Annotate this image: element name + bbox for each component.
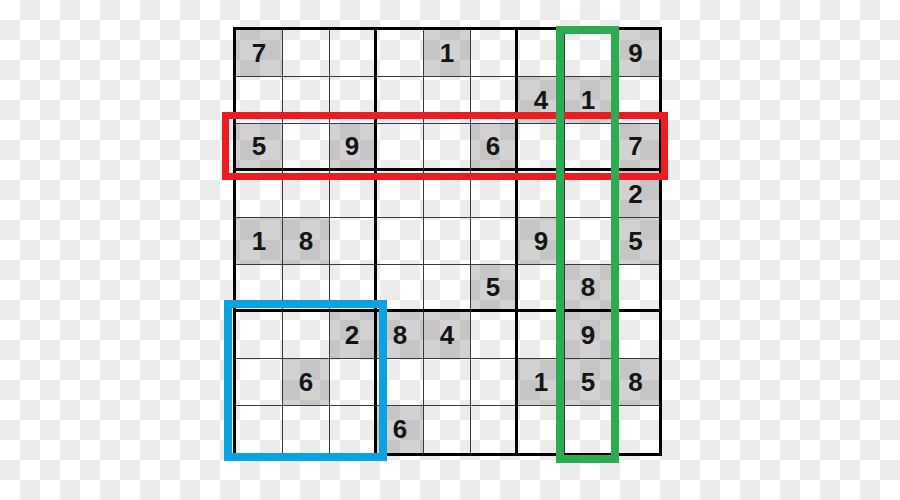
cell-r5c6[interactable] xyxy=(471,218,518,265)
cell-r7c1[interactable] xyxy=(236,312,283,359)
sudoku-board: 7194159672189558284961586 xyxy=(233,27,662,456)
cell-r5c7[interactable]: 9 xyxy=(518,218,565,265)
cell-r5c5[interactable] xyxy=(424,218,471,265)
cell-r2c1[interactable] xyxy=(236,77,283,124)
cell-r3c8[interactable] xyxy=(565,124,612,171)
cell-r5c9[interactable]: 5 xyxy=(612,218,659,265)
cell-r2c7[interactable]: 4 xyxy=(518,77,565,124)
cell-r3c9[interactable]: 7 xyxy=(612,124,659,171)
cell-r3c5[interactable] xyxy=(424,124,471,171)
cell-r9c6[interactable] xyxy=(471,406,518,453)
cell-r4c6[interactable] xyxy=(471,171,518,218)
cell-r5c8[interactable] xyxy=(565,218,612,265)
cell-r7c8[interactable]: 9 xyxy=(565,312,612,359)
cell-r1c1[interactable]: 7 xyxy=(236,30,283,77)
sudoku-scene: 7194159672189558284961586 xyxy=(0,0,900,500)
cell-r4c1[interactable] xyxy=(236,171,283,218)
cell-r9c3[interactable] xyxy=(330,406,377,453)
cell-r8c9[interactable]: 8 xyxy=(612,359,659,406)
cell-r2c8[interactable]: 1 xyxy=(565,77,612,124)
cell-r4c5[interactable] xyxy=(424,171,471,218)
cell-r7c2[interactable] xyxy=(283,312,330,359)
cell-r6c4[interactable] xyxy=(377,265,424,312)
cell-r2c9[interactable] xyxy=(612,77,659,124)
cell-r8c1[interactable] xyxy=(236,359,283,406)
cell-r8c3[interactable] xyxy=(330,359,377,406)
cell-r6c1[interactable] xyxy=(236,265,283,312)
cell-r8c8[interactable]: 5 xyxy=(565,359,612,406)
cell-r2c6[interactable] xyxy=(471,77,518,124)
cell-r6c9[interactable] xyxy=(612,265,659,312)
cell-r7c6[interactable] xyxy=(471,312,518,359)
cell-r7c9[interactable] xyxy=(612,312,659,359)
cell-r3c4[interactable] xyxy=(377,124,424,171)
cell-r2c2[interactable] xyxy=(283,77,330,124)
cell-r1c2[interactable] xyxy=(283,30,330,77)
cell-r6c7[interactable] xyxy=(518,265,565,312)
cell-r3c7[interactable] xyxy=(518,124,565,171)
cell-r1c3[interactable] xyxy=(330,30,377,77)
cell-r4c3[interactable] xyxy=(330,171,377,218)
cell-r1c6[interactable] xyxy=(471,30,518,77)
cell-r9c9[interactable] xyxy=(612,406,659,453)
cell-r8c6[interactable] xyxy=(471,359,518,406)
cell-r3c6[interactable]: 6 xyxy=(471,124,518,171)
cell-r9c1[interactable] xyxy=(236,406,283,453)
cell-r3c1[interactable]: 5 xyxy=(236,124,283,171)
cell-r7c4[interactable]: 8 xyxy=(377,312,424,359)
cell-r7c3[interactable]: 2 xyxy=(330,312,377,359)
cell-r6c5[interactable] xyxy=(424,265,471,312)
cell-r2c3[interactable] xyxy=(330,77,377,124)
cell-r9c7[interactable] xyxy=(518,406,565,453)
cell-r8c5[interactable] xyxy=(424,359,471,406)
cell-r6c2[interactable] xyxy=(283,265,330,312)
cell-r4c8[interactable] xyxy=(565,171,612,218)
cell-r6c8[interactable]: 8 xyxy=(565,265,612,312)
cell-r4c2[interactable] xyxy=(283,171,330,218)
cell-r9c4[interactable]: 6 xyxy=(377,406,424,453)
cell-r8c2[interactable]: 6 xyxy=(283,359,330,406)
cell-r2c5[interactable] xyxy=(424,77,471,124)
cell-r1c4[interactable] xyxy=(377,30,424,77)
cell-r2c4[interactable] xyxy=(377,77,424,124)
cell-r1c9[interactable]: 9 xyxy=(612,30,659,77)
cell-r9c5[interactable] xyxy=(424,406,471,453)
cell-r8c7[interactable]: 1 xyxy=(518,359,565,406)
cell-r7c7[interactable] xyxy=(518,312,565,359)
cell-r1c8[interactable] xyxy=(565,30,612,77)
cell-r8c4[interactable] xyxy=(377,359,424,406)
cell-r3c3[interactable]: 9 xyxy=(330,124,377,171)
cell-r5c4[interactable] xyxy=(377,218,424,265)
cell-r5c1[interactable]: 1 xyxy=(236,218,283,265)
cell-r9c8[interactable] xyxy=(565,406,612,453)
cell-r6c6[interactable]: 5 xyxy=(471,265,518,312)
cell-r5c3[interactable] xyxy=(330,218,377,265)
cell-r6c3[interactable] xyxy=(330,265,377,312)
cell-r4c4[interactable] xyxy=(377,171,424,218)
cell-r7c5[interactable]: 4 xyxy=(424,312,471,359)
cell-r9c2[interactable] xyxy=(283,406,330,453)
cell-r4c9[interactable]: 2 xyxy=(612,171,659,218)
cell-r1c5[interactable]: 1 xyxy=(424,30,471,77)
cell-r1c7[interactable] xyxy=(518,30,565,77)
cell-r3c2[interactable] xyxy=(283,124,330,171)
cell-r4c7[interactable] xyxy=(518,171,565,218)
cell-r5c2[interactable]: 8 xyxy=(283,218,330,265)
